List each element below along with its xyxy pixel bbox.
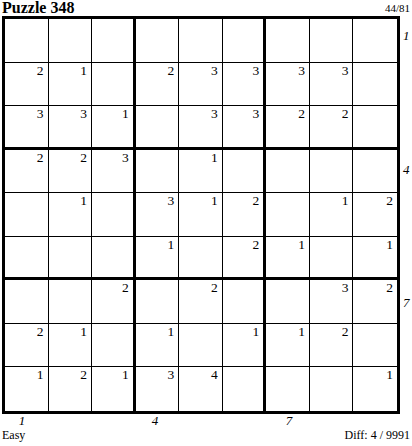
cell-r9c8[interactable]: [310, 367, 354, 411]
cell-r6c9[interactable]: 1: [353, 237, 397, 281]
cell-r6c5[interactable]: [179, 237, 223, 281]
cell-r5c3[interactable]: [92, 193, 136, 237]
cell-r7c9[interactable]: 2: [353, 280, 397, 324]
cell-r2c8[interactable]: 3: [310, 63, 354, 107]
cell-r4c1[interactable]: 2: [5, 150, 49, 194]
cell-r5c9[interactable]: 2: [353, 193, 397, 237]
cell-r7c8[interactable]: 3: [310, 280, 354, 324]
cell-r7c7[interactable]: [266, 280, 310, 324]
cell-r4c5[interactable]: 1: [179, 150, 223, 194]
cell-r1c9[interactable]: [353, 19, 397, 63]
cell-r6c2[interactable]: [49, 237, 93, 281]
col-label-4: 4: [149, 413, 161, 429]
cell-r7c2[interactable]: [49, 280, 93, 324]
cell-r7c3[interactable]: 2: [92, 280, 136, 324]
cell-r7c6[interactable]: [223, 280, 267, 324]
row-label-4: 4: [403, 162, 412, 178]
col-label-7: 7: [283, 413, 295, 429]
cell-r4c2[interactable]: 2: [49, 150, 93, 194]
cell-r8c1[interactable]: 2: [5, 324, 49, 368]
cell-r9c3[interactable]: 1: [92, 367, 136, 411]
cell-r2c6[interactable]: 3: [223, 63, 267, 107]
cell-r3c4[interactable]: [136, 106, 180, 150]
cell-r2c7[interactable]: 3: [266, 63, 310, 107]
givens-counter: 44/81: [385, 2, 410, 14]
cell-r4c6[interactable]: [223, 150, 267, 194]
row-label-7: 7: [403, 295, 412, 311]
cell-r9c5[interactable]: 4: [179, 367, 223, 411]
page-title: Puzzle 348: [2, 0, 74, 17]
cell-r8c6[interactable]: 1: [223, 324, 267, 368]
cell-r5c2[interactable]: 1: [49, 193, 93, 237]
cell-r4c4[interactable]: [136, 150, 180, 194]
col-label-1: 1: [16, 413, 28, 429]
cell-r8c9[interactable]: [353, 324, 397, 368]
puzzle-page: Puzzle 348 44/81 21233333313322223113121…: [0, 0, 412, 446]
cell-r5c8[interactable]: 1: [310, 193, 354, 237]
cell-r1c1[interactable]: [5, 19, 49, 63]
cell-r9c9[interactable]: 1: [353, 367, 397, 411]
cell-r8c5[interactable]: [179, 324, 223, 368]
cell-r2c4[interactable]: 2: [136, 63, 180, 107]
cell-r4c3[interactable]: 3: [92, 150, 136, 194]
cell-r1c2[interactable]: [49, 19, 93, 63]
cell-r8c8[interactable]: 2: [310, 324, 354, 368]
cell-r6c3[interactable]: [92, 237, 136, 281]
cell-r3c8[interactable]: 2: [310, 106, 354, 150]
cell-r3c1[interactable]: 3: [5, 106, 49, 150]
cell-r5c4[interactable]: 3: [136, 193, 180, 237]
cell-r2c9[interactable]: [353, 63, 397, 107]
cell-r6c8[interactable]: [310, 237, 354, 281]
cell-r9c2[interactable]: 2: [49, 367, 93, 411]
row-label-1: 1: [403, 28, 412, 44]
cell-r7c4[interactable]: [136, 280, 180, 324]
cell-r1c5[interactable]: [179, 19, 223, 63]
cell-r8c7[interactable]: 1: [266, 324, 310, 368]
cell-r2c2[interactable]: 1: [49, 63, 93, 107]
cell-r8c3[interactable]: [92, 324, 136, 368]
cell-r9c6[interactable]: [223, 367, 267, 411]
cell-r8c2[interactable]: 1: [49, 324, 93, 368]
cell-r3c9[interactable]: [353, 106, 397, 150]
cell-r2c5[interactable]: 3: [179, 63, 223, 107]
cell-r5c1[interactable]: [5, 193, 49, 237]
cell-r6c1[interactable]: [5, 237, 49, 281]
cell-r1c7[interactable]: [266, 19, 310, 63]
difficulty-score: Diff: 4 / 9991: [345, 428, 410, 443]
cell-r6c4[interactable]: 1: [136, 237, 180, 281]
cell-r4c8[interactable]: [310, 150, 354, 194]
puzzle-board: 2123333331332222311312121211223221111212…: [2, 16, 400, 414]
cell-r3c6[interactable]: 3: [223, 106, 267, 150]
cell-r9c4[interactable]: 3: [136, 367, 180, 411]
cell-r7c5[interactable]: 2: [179, 280, 223, 324]
difficulty-label: Easy: [2, 428, 25, 443]
cell-r3c2[interactable]: 3: [49, 106, 93, 150]
cell-r3c3[interactable]: 1: [92, 106, 136, 150]
cell-r6c7[interactable]: 1: [266, 237, 310, 281]
cell-r1c8[interactable]: [310, 19, 354, 63]
cell-r7c1[interactable]: [5, 280, 49, 324]
cell-r1c4[interactable]: [136, 19, 180, 63]
cell-r1c6[interactable]: [223, 19, 267, 63]
cell-r1c3[interactable]: [92, 19, 136, 63]
cell-r4c9[interactable]: [353, 150, 397, 194]
cell-r3c5[interactable]: 3: [179, 106, 223, 150]
cell-r2c1[interactable]: 2: [5, 63, 49, 107]
cell-r6c6[interactable]: 2: [223, 237, 267, 281]
cell-r5c7[interactable]: [266, 193, 310, 237]
cell-r3c7[interactable]: 2: [266, 106, 310, 150]
cell-r2c3[interactable]: [92, 63, 136, 107]
cell-r5c5[interactable]: 1: [179, 193, 223, 237]
cell-r9c1[interactable]: 1: [5, 367, 49, 411]
cell-r8c4[interactable]: 1: [136, 324, 180, 368]
cell-r4c7[interactable]: [266, 150, 310, 194]
cell-r9c7[interactable]: [266, 367, 310, 411]
cell-r5c6[interactable]: 2: [223, 193, 267, 237]
